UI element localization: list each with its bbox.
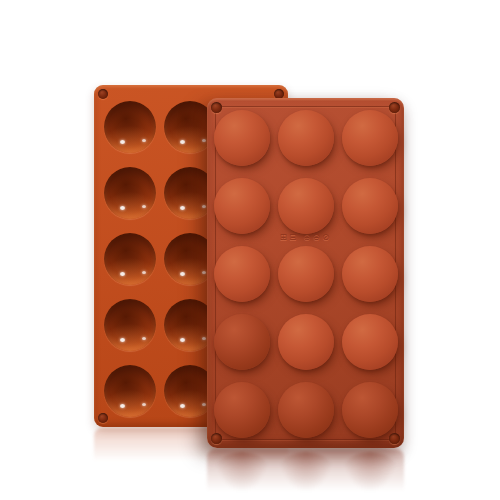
dome-cell-r2c1: [210, 172, 274, 240]
dome: [278, 314, 334, 370]
cavity: [104, 167, 156, 219]
front-mold-reflection: [207, 449, 404, 495]
dome-cell-r3c3: [338, 240, 402, 308]
cavity-cell-r3c1: [100, 226, 160, 292]
dome-cell-r4c3: [338, 308, 402, 376]
cavity: [104, 365, 156, 417]
cavity: [104, 233, 156, 285]
dome: [214, 246, 270, 302]
reflected-dome: [214, 452, 270, 492]
dome-grid: [210, 104, 402, 444]
cavity: [104, 101, 156, 153]
dome: [342, 314, 398, 370]
dome-cell-r5c2: [274, 376, 338, 444]
cavity-cell-r1c1: [100, 94, 160, 160]
dome: [342, 246, 398, 302]
dome: [278, 110, 334, 166]
dome-cell-r4c2: [274, 308, 338, 376]
dome: [278, 246, 334, 302]
dome-cell-r1c3: [338, 104, 402, 172]
dome: [342, 178, 398, 234]
dome-cell-r2c3: [338, 172, 402, 240]
dome-cell-r2c2: [274, 172, 338, 240]
dome: [214, 110, 270, 166]
dome-cell-r5c3: [338, 376, 402, 444]
reflected-dome: [278, 452, 334, 492]
dome-dark: [214, 382, 270, 438]
product-photo-stage: ⊞⊟ ⊕⊖⊘: [0, 0, 500, 500]
dome: [214, 178, 270, 234]
cavity-cell-r5c1: [100, 358, 160, 424]
dome-dark: [278, 382, 334, 438]
dome: [342, 110, 398, 166]
dome-cell-r5c1: [210, 376, 274, 444]
front-mold-dome-side: ⊞⊟ ⊕⊖⊘: [207, 98, 404, 448]
dome-dark: [214, 314, 270, 370]
dome-cell-r3c2: [274, 240, 338, 308]
dome-cell-r1c2: [274, 104, 338, 172]
dome-dark: [342, 382, 398, 438]
dome-cell-r3c1: [210, 240, 274, 308]
dome-cell-r1c1: [210, 104, 274, 172]
dome: [278, 178, 334, 234]
dome-cell-r4c1: [210, 308, 274, 376]
cavity-cell-r4c1: [100, 292, 160, 358]
cavity: [104, 299, 156, 351]
reflected-dome: [342, 452, 398, 492]
embossed-certification-marks: ⊞⊟ ⊕⊖⊘: [207, 232, 404, 246]
cavity-cell-r2c1: [100, 160, 160, 226]
